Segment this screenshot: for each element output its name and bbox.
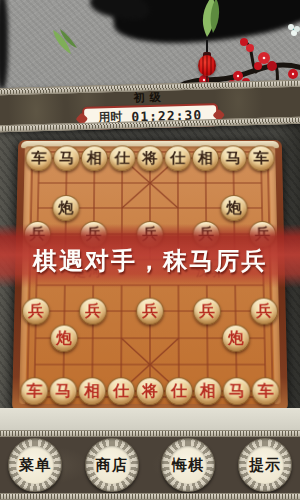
piece-red[interactable]: 炮 — [50, 324, 78, 351]
undo-button-label: 悔棋 — [172, 456, 204, 475]
piece-black[interactable]: 仕 — [109, 145, 136, 171]
undo-button[interactable]: 悔棋 — [161, 438, 215, 492]
piece-red[interactable]: 将 — [136, 377, 164, 405]
ink-wash-decoration — [0, 0, 8, 89]
piece-black[interactable]: 仕 — [164, 145, 191, 171]
banner-text: 棋遇对手，秣马厉兵 — [0, 245, 300, 277]
lantern-icon — [198, 40, 216, 82]
menu-button-label: 菜单 — [19, 456, 51, 475]
meander-border — [0, 430, 300, 437]
bottom-strip — [0, 408, 300, 432]
piece-red[interactable]: 兵 — [79, 298, 107, 325]
match-banner: 棋遇对手，秣马厉兵 — [0, 224, 300, 288]
piece-red[interactable]: 仕 — [107, 377, 135, 405]
piece-red[interactable]: 兵 — [136, 298, 164, 325]
hint-button[interactable]: 提示 — [238, 438, 292, 492]
piece-red[interactable]: 仕 — [165, 377, 193, 405]
piece-black[interactable]: 马 — [53, 145, 80, 171]
piece-red[interactable]: 马 — [223, 377, 251, 405]
piece-black[interactable]: 相 — [192, 145, 219, 171]
shop-button[interactable]: 商店 — [85, 438, 139, 492]
meander-border — [0, 493, 300, 500]
bamboo-leaves-icon — [192, 0, 228, 38]
piece-black[interactable]: 相 — [81, 145, 108, 171]
piece-black[interactable]: 车 — [25, 145, 52, 171]
piece-red[interactable]: 兵 — [250, 298, 278, 325]
piece-red[interactable]: 马 — [49, 377, 77, 405]
piece-red[interactable]: 兵 — [193, 298, 221, 325]
white-blossom-icon — [288, 24, 294, 30]
piece-red[interactable]: 兵 — [22, 298, 50, 325]
game-screen: 初级 用时 01:22:30 楚 — [0, 0, 300, 500]
hint-button-label: 提示 — [249, 456, 281, 475]
piece-red[interactable]: 车 — [20, 377, 48, 405]
piece-red[interactable]: 相 — [194, 377, 222, 405]
bamboo-leaves-icon — [50, 28, 80, 56]
piece-red[interactable]: 车 — [251, 377, 279, 405]
piece-red[interactable]: 相 — [78, 377, 106, 405]
shop-button-label: 商店 — [96, 456, 128, 475]
piece-black[interactable]: 马 — [220, 145, 247, 171]
toolbar: 菜单 商店 悔棋 提示 — [0, 430, 300, 500]
piece-black[interactable]: 车 — [247, 145, 274, 171]
piece-black[interactable]: 将 — [137, 145, 164, 171]
info-panel: 初级 用时 01:22:30 — [0, 80, 300, 133]
piece-black[interactable]: 炮 — [52, 195, 79, 221]
menu-button[interactable]: 菜单 — [8, 438, 62, 492]
piece-red[interactable]: 炮 — [222, 324, 250, 351]
piece-black[interactable]: 炮 — [220, 195, 247, 221]
